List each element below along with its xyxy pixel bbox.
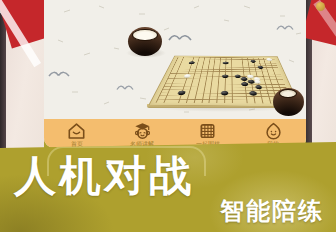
nav-item-teacher-lessons[interactable]: 名师讲解 bbox=[110, 122, 174, 148]
go-board-grid-icon bbox=[198, 122, 217, 140]
bowl-opening bbox=[279, 89, 297, 98]
carousel-prev-slide[interactable] bbox=[0, 0, 44, 150]
nav-item-home[interactable]: 首页 bbox=[45, 122, 109, 148]
bird-icon bbox=[168, 31, 192, 43]
black-stone bbox=[255, 85, 263, 89]
bird-icon bbox=[116, 82, 134, 92]
black-stone bbox=[235, 75, 241, 79]
black-stone bbox=[221, 91, 228, 96]
carousel-main-slide[interactable]: 首页 名师讲解 bbox=[44, 0, 306, 148]
black-stone bbox=[250, 60, 256, 63]
white-stone bbox=[247, 75, 254, 79]
black-stone bbox=[257, 66, 264, 69]
bird-icon bbox=[276, 22, 294, 32]
teacher-cap-monkey-icon bbox=[133, 122, 152, 140]
nav-label: 首页 bbox=[71, 141, 83, 147]
home-icon bbox=[67, 122, 86, 140]
black-stone bbox=[241, 82, 248, 86]
white-stone bbox=[254, 80, 261, 84]
go-scene bbox=[44, 0, 306, 119]
app-screen: 首页 名师讲解 bbox=[0, 0, 336, 232]
white-stone bbox=[184, 74, 191, 78]
go-stone-bowl bbox=[273, 88, 304, 116]
black-stone bbox=[222, 74, 228, 78]
stone-layer bbox=[156, 57, 293, 104]
smiley-face-icon bbox=[264, 122, 283, 140]
black-stone bbox=[241, 77, 248, 81]
black-stone bbox=[223, 62, 229, 65]
black-stone bbox=[249, 91, 257, 96]
go-stone-bowl bbox=[128, 27, 162, 56]
carousel-next-slide[interactable] bbox=[306, 0, 336, 150]
banner-subtitle: 智能陪练 bbox=[220, 199, 324, 223]
white-stone bbox=[266, 58, 272, 61]
black-stone bbox=[189, 61, 195, 64]
banner-title: 人机对战 bbox=[14, 155, 194, 197]
gold-ornament bbox=[316, 2, 325, 11]
pvp-banner[interactable]: 人机对战 智能陪练 bbox=[0, 141, 336, 232]
bird-icon bbox=[48, 68, 70, 79]
black-stone bbox=[178, 90, 186, 95]
